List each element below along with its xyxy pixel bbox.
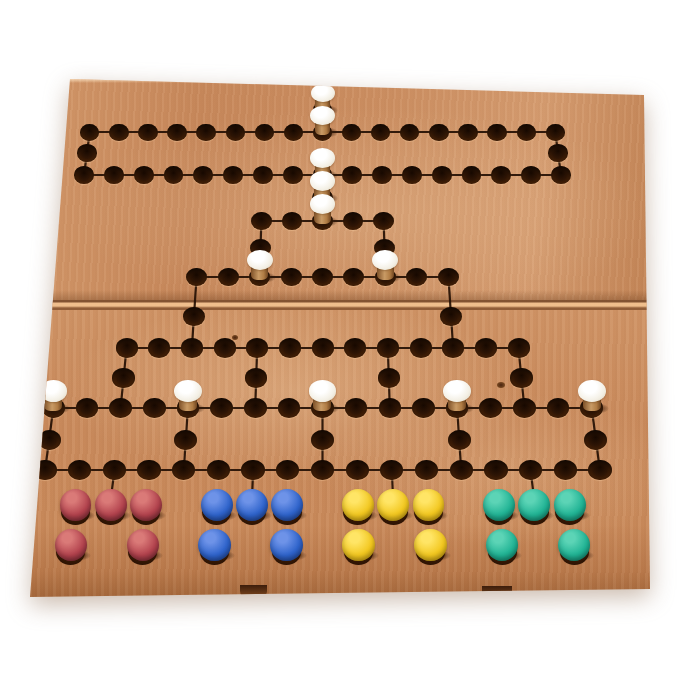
hole-row11-c13[interactable] [479,398,502,418]
hole-row1-c1[interactable] [109,124,128,141]
hole-row11-c3[interactable] [143,398,166,418]
hole-row3-c6[interactable] [253,166,273,184]
hole-row9-c10[interactable] [377,338,399,357]
cap-part [414,529,446,561]
hole-row13-c6[interactable] [241,460,264,481]
hole-row9-c7[interactable] [279,338,301,357]
hole-row9-c2[interactable] [116,338,138,357]
hole-row7-c7[interactable] [281,268,302,287]
hole-row9-c3[interactable] [148,338,170,357]
hole-row9-c4[interactable] [181,338,203,357]
cap-part [198,529,230,561]
cap-part [271,489,303,521]
fold-hinge [0,300,700,310]
cap-part [578,380,606,402]
cap-part [413,489,445,521]
hole-row1-c12[interactable] [429,124,448,141]
hole-row9-c5[interactable] [214,338,236,357]
wood-knot [232,335,238,340]
hole-row3-c3[interactable] [164,166,184,184]
cap-part [309,380,337,402]
cap-part [201,489,233,521]
latch-notch-left [240,585,267,598]
cap-part [55,529,87,561]
hole-row2-c16[interactable] [548,144,568,161]
hole-row7-c5[interactable] [218,268,239,287]
hole-row1-c15[interactable] [517,124,536,141]
hole-row13-c3[interactable] [137,460,160,481]
hole-row3-c2[interactable] [134,166,154,184]
cap-part [130,489,162,521]
hole-row8-c4[interactable] [183,307,205,326]
hole-row3-c11[interactable] [402,166,422,184]
hole-row2-c0[interactable] [77,144,97,161]
hole-row13-c13[interactable] [484,460,507,481]
hole-row12-c0[interactable] [38,430,61,450]
cap-part [554,489,586,521]
board-wrapper [0,0,700,700]
cap-part [311,84,335,103]
hole-row10-c10[interactable] [378,368,400,388]
hole-row11-c11[interactable] [412,398,435,418]
cap-part [310,148,335,167]
cap-part [377,489,409,521]
cap-part [236,489,268,521]
hole-row3-c15[interactable] [521,166,541,184]
hole-row1-c7[interactable] [284,124,303,141]
cap-part [342,489,374,521]
hole-row1-c14[interactable] [487,124,506,141]
cap-part [127,529,159,561]
cap-part [310,194,335,214]
hole-row11-c6[interactable] [244,398,267,418]
wood-knot [497,382,505,388]
cap-part [247,250,273,270]
hole-row11-c14[interactable] [513,398,536,418]
hole-row9-c11[interactable] [410,338,432,357]
board-upper-panel [0,79,700,300]
hole-row13-c15[interactable] [554,460,577,481]
hole-row1-c16[interactable] [546,124,565,141]
cap-part [60,489,92,521]
hole-row13-c0[interactable] [33,460,56,481]
barricade-board [0,0,700,700]
hole-row5-c6[interactable] [251,212,271,230]
hole-row8-c12[interactable] [440,307,462,326]
hole-row12-c12[interactable] [448,430,471,450]
hole-row1-c2[interactable] [138,124,157,141]
hole-row1-c13[interactable] [458,124,477,141]
hole-row5-c10[interactable] [373,212,393,230]
hole-row11-c2[interactable] [109,398,132,418]
hole-row11-c1[interactable] [76,398,99,418]
hole-row11-c5[interactable] [210,398,233,418]
hole-row3-c0[interactable] [74,166,94,184]
hole-row3-c4[interactable] [193,166,213,184]
cap-part [310,106,334,125]
cap-part [270,529,302,561]
hole-row11-c10[interactable] [379,398,402,418]
hole-row3-c10[interactable] [372,166,392,184]
latch-notch-right [482,586,512,599]
hole-row3-c13[interactable] [462,166,482,184]
hole-row9-c8[interactable] [312,338,334,357]
cap-part [40,380,68,402]
hole-row3-c12[interactable] [432,166,452,184]
hole-row10-c6[interactable] [245,368,267,388]
hole-row13-c9[interactable] [346,460,369,481]
hole-row1-c10[interactable] [371,124,390,141]
hole-row1-c0[interactable] [80,124,99,141]
cap-part [483,489,515,521]
hole-row3-c14[interactable] [491,166,511,184]
hole-row3-c5[interactable] [223,166,243,184]
cap-part [443,380,471,402]
hole-row11-c7[interactable] [278,398,301,418]
hole-row1-c9[interactable] [342,124,361,141]
hole-row7-c12[interactable] [438,268,459,287]
hole-row9-c9[interactable] [344,338,366,357]
hole-row10-c2[interactable] [112,368,134,388]
hole-row1-c4[interactable] [196,124,215,141]
hole-row9-c6[interactable] [246,338,268,357]
hole-row13-c12[interactable] [450,460,473,481]
cap-part [174,380,202,402]
hole-row3-c1[interactable] [104,166,124,184]
cap-part [95,489,127,521]
hole-row1-c5[interactable] [226,124,245,141]
hole-row1-c6[interactable] [255,124,274,141]
hole-row9-c13[interactable] [475,338,497,357]
cap-part [310,171,335,191]
hole-row9-c12[interactable] [442,338,464,357]
hole-row5-c7[interactable] [282,212,302,230]
cap-part [342,529,374,561]
hole-row3-c7[interactable] [283,166,303,184]
hole-row1-c11[interactable] [400,124,419,141]
hole-row3-c9[interactable] [342,166,362,184]
product-photo-stage [0,0,700,700]
hole-row13-c16[interactable] [588,460,611,481]
hole-row1-c3[interactable] [167,124,186,141]
hole-row10-c14[interactable] [510,368,532,388]
hole-row3-c16[interactable] [551,166,571,184]
hole-row9-c14[interactable] [508,338,530,357]
hole-row5-c9[interactable] [343,212,363,230]
